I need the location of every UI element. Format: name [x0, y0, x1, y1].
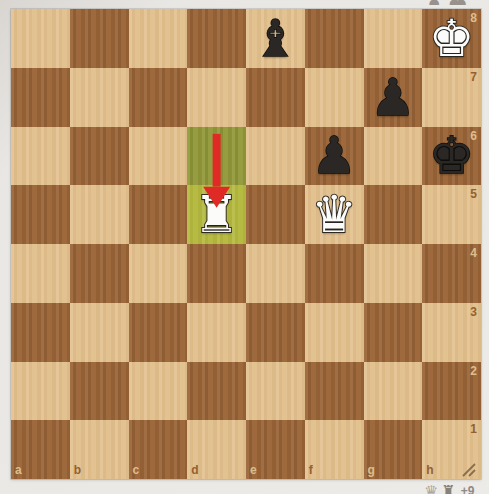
square-f3[interactable] — [305, 303, 364, 362]
square-f8[interactable] — [305, 9, 364, 68]
square-g4[interactable] — [364, 244, 423, 303]
square-d3[interactable] — [187, 303, 246, 362]
file-label-c: c — [133, 463, 140, 477]
file-label-f: f — [309, 463, 313, 477]
rank-label-4: 4 — [470, 246, 477, 260]
square-f4[interactable] — [305, 244, 364, 303]
square-a7[interactable] — [11, 68, 70, 127]
square-f2[interactable] — [305, 362, 364, 421]
square-d2[interactable] — [187, 362, 246, 421]
square-b6[interactable] — [70, 127, 129, 186]
square-e2[interactable] — [246, 362, 305, 421]
square-c4[interactable] — [129, 244, 188, 303]
piece-black-bishop-e8[interactable]: ♝ — [246, 9, 305, 68]
square-d4[interactable] — [187, 244, 246, 303]
file-label-b: b — [74, 463, 81, 477]
square-b7[interactable] — [70, 68, 129, 127]
piece-black-pawn-g7[interactable]: ♟ — [364, 68, 423, 127]
square-d7[interactable] — [187, 68, 246, 127]
square-a3[interactable] — [11, 303, 70, 362]
rank-label-2: 2 — [470, 364, 477, 378]
square-d8[interactable] — [187, 9, 246, 68]
square-b2[interactable] — [70, 362, 129, 421]
square-a5[interactable] — [11, 185, 70, 244]
captured-pawn-group-2: ♟♟ — [447, 0, 468, 9]
square-b8[interactable] — [70, 9, 129, 68]
file-label-g: g — [368, 463, 375, 477]
square-d5[interactable]: ♜ — [187, 185, 246, 244]
file-label-e: e — [250, 463, 257, 477]
chess-board-panel: ♝8♚♟7♟6♚♜♛5432abcdefg1h ♟♟♟ ♛ ♜ +9 — [0, 0, 489, 494]
captured-pawn-icon: ♟ — [427, 0, 441, 9]
square-h2[interactable]: 2 — [422, 362, 481, 421]
square-c2[interactable] — [129, 362, 188, 421]
captured-pawn-icon: ♟ — [454, 0, 468, 9]
square-a8[interactable] — [11, 9, 70, 68]
square-g2[interactable] — [364, 362, 423, 421]
square-c3[interactable] — [129, 303, 188, 362]
piece-white-king-h8[interactable]: ♚ — [422, 9, 481, 68]
square-g6[interactable] — [364, 127, 423, 186]
captured-pieces-bottom-tray: ♛ ♜ +9 — [424, 482, 474, 494]
rank-label-5: 5 — [470, 187, 477, 201]
rank-label-7: 7 — [470, 70, 477, 84]
square-g1[interactable]: g — [364, 420, 423, 479]
square-e1[interactable]: e — [246, 420, 305, 479]
square-f6[interactable]: ♟ — [305, 127, 364, 186]
square-h3[interactable]: 3 — [422, 303, 481, 362]
square-e8[interactable]: ♝ — [246, 9, 305, 68]
captured-pawn-group-1: ♟ — [427, 0, 441, 9]
square-g7[interactable]: ♟ — [364, 68, 423, 127]
square-g3[interactable] — [364, 303, 423, 362]
resize-grip-icon — [463, 464, 475, 476]
square-e5[interactable] — [246, 185, 305, 244]
captured-queen-icon: ♛ — [424, 482, 438, 494]
square-d6[interactable] — [187, 127, 246, 186]
rank-label-3: 3 — [470, 305, 477, 319]
square-f7[interactable] — [305, 68, 364, 127]
square-a6[interactable] — [11, 127, 70, 186]
square-c8[interactable] — [129, 9, 188, 68]
square-c1[interactable]: c — [129, 420, 188, 479]
square-h6[interactable]: 6♚ — [422, 127, 481, 186]
square-h4[interactable]: 4 — [422, 244, 481, 303]
captured-rook-icon: ♜ — [441, 482, 455, 494]
square-d1[interactable]: d — [187, 420, 246, 479]
square-f5[interactable]: ♛ — [305, 185, 364, 244]
piece-white-rook-d5[interactable]: ♜ — [187, 185, 246, 244]
square-e3[interactable] — [246, 303, 305, 362]
square-e7[interactable] — [246, 68, 305, 127]
square-e6[interactable] — [246, 127, 305, 186]
square-b1[interactable]: b — [70, 420, 129, 479]
square-g8[interactable] — [364, 9, 423, 68]
square-a1[interactable]: a — [11, 420, 70, 479]
square-e4[interactable] — [246, 244, 305, 303]
square-c7[interactable] — [129, 68, 188, 127]
square-g5[interactable] — [364, 185, 423, 244]
piece-white-queen-f5[interactable]: ♛ — [305, 185, 364, 244]
square-b4[interactable] — [70, 244, 129, 303]
piece-black-pawn-f6[interactable]: ♟ — [305, 127, 364, 186]
square-b5[interactable] — [70, 185, 129, 244]
file-label-a: a — [15, 463, 22, 477]
board[interactable]: ♝8♚♟7♟6♚♜♛5432abcdefg1h — [11, 9, 481, 479]
square-b3[interactable] — [70, 303, 129, 362]
file-label-h: h — [426, 463, 433, 477]
piece-black-king-h6[interactable]: ♚ — [422, 127, 481, 186]
square-f1[interactable]: f — [305, 420, 364, 479]
square-h8[interactable]: 8♚ — [422, 9, 481, 68]
captured-pieces-top-tray: ♟♟♟ — [427, 0, 474, 9]
square-h7[interactable]: 7 — [422, 68, 481, 127]
square-a4[interactable] — [11, 244, 70, 303]
rank-label-1: 1 — [470, 422, 477, 436]
square-c6[interactable] — [129, 127, 188, 186]
material-advantage-badge: +9 — [461, 484, 475, 494]
file-label-d: d — [191, 463, 198, 477]
square-a2[interactable] — [11, 362, 70, 421]
square-c5[interactable] — [129, 185, 188, 244]
square-h5[interactable]: 5 — [422, 185, 481, 244]
board-resize-handle[interactable] — [461, 462, 477, 478]
